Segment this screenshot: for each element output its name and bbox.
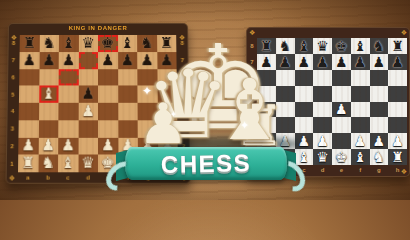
square-c5[interactable] [295,86,314,102]
square-d1[interactable]: ♛ [313,149,332,165]
file-label: g [370,166,389,174]
square-h8[interactable]: ♜ [388,38,407,54]
square-a1[interactable]: ♜ [18,155,38,173]
file-label: e [332,166,351,174]
black-pawn: ♟ [354,55,367,69]
corner-ornament-icon: ❖ [249,29,255,36]
square-c8[interactable]: ♝ [295,38,314,54]
rank-label: 6 [248,70,256,86]
square-g6[interactable] [370,70,389,86]
square-a6[interactable] [257,70,276,86]
square-f8[interactable]: ♝ [351,38,370,54]
black-bishop: ♝ [354,39,367,53]
square-d7[interactable] [78,52,98,69]
square-b6[interactable] [39,69,59,86]
square-d3[interactable] [78,120,98,137]
square-h7[interactable]: ♟ [157,52,177,69]
black-rook: ♜ [260,39,273,53]
square-e6[interactable] [98,69,118,86]
square-f6[interactable] [351,70,370,86]
square-d3[interactable] [313,117,332,133]
square-a6[interactable] [19,69,39,86]
black-pawn: ♟ [373,55,386,69]
rank-label: 2 [8,137,16,154]
square-f8[interactable]: ♝ [118,35,138,52]
black-pawn: ♟ [22,53,36,68]
square-h8[interactable]: ♜ [157,35,177,52]
black-pawn: ♟ [81,87,95,102]
square-c7[interactable]: ♟ [295,54,314,70]
black-pawn: ♟ [160,53,174,68]
black-knight: ♞ [279,39,292,53]
square-a8[interactable]: ♜ [257,38,276,54]
square-b6[interactable] [276,70,295,86]
square-h4[interactable] [388,102,407,118]
square-d2[interactable] [78,137,98,154]
white-pawn: ♟ [391,134,404,148]
black-pawn: ♟ [121,53,135,68]
black-bishop: ♝ [62,36,76,51]
square-e6[interactable] [332,70,351,86]
square-g8[interactable]: ♞ [137,35,157,52]
black-king: ♚ [101,36,115,51]
rank-label: 3 [8,120,16,137]
square-a7[interactable]: ♟ [19,52,39,69]
square-a3[interactable] [257,117,276,133]
black-queen: ♛ [81,36,95,51]
square-f7[interactable]: ♟ [118,52,138,69]
square-c6[interactable] [59,69,79,86]
rank-label: 4 [179,103,187,120]
corner-ornament-icon: ❖ [401,168,407,175]
square-b4[interactable] [276,102,295,118]
square-f3[interactable] [118,120,138,137]
square-c7[interactable]: ♟ [59,52,79,69]
square-g1[interactable]: ♞ [370,149,389,165]
black-rook: ♜ [160,36,174,51]
square-g2[interactable]: ♟ [370,133,389,149]
square-d2[interactable]: ♟ [313,133,332,149]
title-banner: CHESS [110,141,302,189]
file-label: c [58,173,78,181]
square-e8[interactable]: ♚ [98,35,118,52]
square-c1[interactable]: ♝ [58,155,78,173]
square-g4[interactable] [370,102,389,118]
square-g5[interactable] [370,86,389,102]
square-a4[interactable] [257,102,276,118]
square-c3[interactable] [58,120,78,137]
square-h1[interactable]: ♜ [388,149,407,165]
square-f4[interactable] [351,102,370,118]
white-pawn: ♟ [335,102,348,116]
square-e4[interactable]: ♟ [332,102,351,118]
rank-label: 5 [179,86,187,103]
white-queen: ♛ [81,156,95,172]
square-e3[interactable] [332,117,351,133]
square-b5[interactable] [276,86,295,102]
black-knight: ♞ [42,36,56,51]
rank-label: 6 [9,69,17,86]
sparkle-icon: ✦ [240,119,249,132]
square-h3[interactable] [388,117,407,133]
black-pawn: ♟ [279,55,292,69]
black-pawn: ♟ [391,55,404,69]
square-g7[interactable]: ♟ [370,54,389,70]
square-e4[interactable] [98,103,118,120]
file-label: d [78,173,98,181]
rank-label: 4 [248,102,256,118]
square-c5[interactable] [58,86,78,103]
rank-label: 5 [9,86,17,103]
square-e7[interactable]: ♟ [98,52,118,69]
corner-ornament-icon: ❖ [401,29,407,36]
black-knight: ♞ [140,36,154,51]
square-a4[interactable] [19,103,39,120]
rank-label: 7 [178,52,186,69]
square-h2[interactable]: ♟ [388,133,407,149]
black-bishop: ♝ [121,36,135,51]
square-h7[interactable]: ♟ [388,54,407,70]
white-bishop: ♝ [42,87,56,102]
square-g3[interactable] [370,117,389,133]
square-b2[interactable]: ♟ [38,137,58,154]
square-c8[interactable]: ♝ [59,35,79,52]
black-pawn: ♟ [260,55,273,69]
square-e3[interactable] [98,120,118,137]
square-f7[interactable]: ♟ [351,54,370,70]
square-c2[interactable]: ♟ [58,137,78,154]
square-g3[interactable] [138,120,158,137]
corner-ornament-icon: ❖ [9,174,16,181]
square-h5[interactable] [388,86,407,102]
square-d8[interactable]: ♛ [78,35,98,52]
square-f5[interactable] [351,86,370,102]
square-d6[interactable] [78,69,98,86]
square-d1[interactable]: ♛ [78,155,98,173]
square-h6[interactable] [388,70,407,86]
square-g7[interactable]: ♟ [137,52,157,69]
square-a3[interactable] [18,120,38,137]
rank-label: 7 [9,52,17,69]
black-pawn: ♟ [335,55,348,69]
white-rook: ♜ [391,150,404,164]
app-title: CHESS [110,148,303,180]
square-f2[interactable]: ♟ [351,133,370,149]
square-g8[interactable]: ♞ [370,38,389,54]
black-bishop: ♝ [298,39,311,53]
square-e5[interactable] [332,86,351,102]
black-rook: ♜ [391,39,404,53]
square-b8[interactable]: ♞ [276,38,295,54]
square-e5[interactable] [98,86,118,103]
square-b7[interactable]: ♟ [276,54,295,70]
square-a5[interactable] [257,86,276,102]
white-bishop: ♝ [354,150,367,164]
white-bishop: ♝ [61,156,75,172]
white-pawn: ♟ [373,134,386,148]
square-b3[interactable] [38,120,58,137]
rank-label: 8 [248,38,256,54]
square-f1[interactable]: ♝ [351,149,370,165]
square-a8[interactable]: ♜ [20,35,40,52]
square-c3[interactable] [295,117,314,133]
square-c6[interactable] [295,70,314,86]
square-g4[interactable] [138,103,158,120]
square-b8[interactable]: ♞ [39,35,59,52]
square-e8[interactable]: ♚ [332,38,351,54]
black-rook: ♜ [23,36,37,51]
square-b3[interactable] [276,117,295,133]
black-pawn: ♟ [62,53,76,68]
file-label: a [18,173,38,181]
sparkle-icon: ✦ [142,84,152,98]
white-pawn: ♟ [354,134,367,148]
square-f3[interactable] [351,117,370,133]
file-label: f [351,166,370,174]
square-h3[interactable] [157,120,177,137]
square-h6[interactable] [157,69,177,86]
rank-label: 1 [8,155,16,173]
black-pawn: ♟ [101,53,115,68]
white-king: ♚ [335,150,348,164]
black-knight: ♞ [373,39,386,53]
square-b1[interactable]: ♞ [38,155,58,173]
corner-ornament-icon: ❖ [179,34,185,41]
square-e7[interactable]: ♟ [332,54,351,70]
white-knight: ♞ [373,150,386,164]
square-d6[interactable] [313,70,332,86]
black-pawn: ♟ [42,53,56,68]
square-d5[interactable]: ♟ [78,86,98,103]
file-label: d [313,166,332,174]
square-b7[interactable]: ♟ [39,52,59,69]
square-a7[interactable]: ♟ [257,54,276,70]
corner-ornament-icon: ❖ [11,34,17,41]
rank-label: 3 [179,120,187,137]
square-f4[interactable] [118,103,138,120]
square-f6[interactable] [118,69,138,86]
board-caption: KING IN DANGER [8,25,188,31]
rank-label: 7 [248,54,256,70]
black-pawn: ♟ [298,55,311,69]
white-pawn: ♟ [41,138,55,154]
square-a5[interactable] [19,86,39,103]
square-d4[interactable]: ♟ [78,103,98,120]
white-queen: ♛ [316,150,329,164]
square-a2[interactable]: ♟ [18,137,38,154]
black-king: ♚ [335,39,348,53]
square-d7[interactable]: ♟ [313,54,332,70]
white-knight: ♞ [41,156,55,172]
black-pawn: ♟ [140,53,154,68]
rank-label: 4 [9,103,17,120]
square-c4[interactable] [58,103,78,120]
black-queen: ♛ [316,39,329,53]
square-b4[interactable] [39,103,59,120]
white-pawn: ♟ [316,134,329,148]
white-pawn: ♟ [81,104,95,119]
rank-labels-left: 87654321 [8,35,18,172]
square-b5[interactable]: ♝ [39,86,59,103]
file-label: b [38,173,58,181]
square-d5[interactable] [313,86,332,102]
square-d8[interactable]: ♛ [313,38,332,54]
sparkle-icon: ✦ [170,110,177,119]
white-pawn: ♟ [61,138,75,154]
rank-label: 6 [179,69,187,86]
square-e1[interactable]: ♚ [332,149,351,165]
white-rook: ♜ [21,156,35,172]
square-d4[interactable] [313,102,332,118]
square-h5[interactable] [157,86,177,103]
square-f5[interactable] [118,86,138,103]
square-c4[interactable] [295,102,314,118]
black-pawn: ♟ [316,55,329,69]
white-pawn: ♟ [21,138,35,154]
rank-label: 5 [248,86,256,102]
square-e2[interactable] [332,133,351,149]
